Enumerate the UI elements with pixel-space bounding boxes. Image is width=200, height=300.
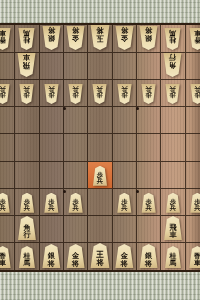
piece-sente-lance[interactable]: 香車 (189, 246, 200, 268)
piece-wrap: 桂馬 (18, 246, 35, 268)
square-3h[interactable] (137, 216, 161, 243)
square-1g[interactable]: 歩兵 (186, 189, 200, 216)
square-4d[interactable] (113, 107, 137, 134)
piece-gote-pawn[interactable]: 歩兵 (141, 84, 156, 104)
piece-kanji: 兵 (170, 85, 176, 92)
piece-kanji: 車 (194, 29, 200, 36)
piece-sente-pawn[interactable]: 歩兵 (19, 193, 34, 213)
square-5e[interactable] (88, 134, 112, 161)
square-3a[interactable]: 銀将 (137, 25, 161, 53)
board-grid: 香車桂馬銀将金将玉将金将銀将桂馬香車飛車角行歩兵歩兵歩兵歩兵歩兵歩兵歩兵歩兵歩兵… (0, 25, 200, 270)
square-2c[interactable]: 歩兵 (161, 80, 185, 107)
piece-sente-gold[interactable]: 金将 (115, 244, 134, 268)
piece-kanji: 兵 (121, 85, 127, 92)
piece-gote-pawn[interactable]: 歩兵 (92, 84, 107, 104)
piece-kanji: 兵 (0, 205, 6, 212)
piece-gote-bishop[interactable]: 角行 (163, 53, 182, 77)
square-1h[interactable] (186, 216, 200, 243)
piece-kanji: 行 (169, 54, 176, 61)
square-6d[interactable] (64, 107, 88, 134)
square-7f[interactable] (40, 162, 64, 189)
piece-wrap: 銀将 (139, 26, 158, 50)
square-4h[interactable] (113, 216, 137, 243)
square-6i[interactable]: 金将 (64, 243, 88, 270)
piece-wrap: 歩兵 (0, 84, 10, 104)
piece-wrap: 飛車 (163, 216, 182, 240)
piece-kanji: 車 (0, 29, 6, 36)
piece-kanji: 馬 (170, 260, 177, 267)
piece-kanji: 将 (72, 27, 79, 34)
square-9c[interactable]: 歩兵 (0, 80, 15, 107)
piece-sente-pawn[interactable]: 歩兵 (0, 193, 10, 213)
piece-kanji: 行 (23, 231, 30, 238)
square-2g[interactable]: 歩兵 (161, 189, 185, 216)
square-4f[interactable] (113, 162, 137, 189)
piece-kanji: 兵 (48, 85, 54, 92)
square-5i[interactable]: 王将 (88, 243, 112, 270)
piece-kanji: 金 (72, 34, 79, 41)
piece-wrap: 香車 (0, 28, 11, 50)
square-2e[interactable] (161, 134, 185, 161)
piece-kanji: 車 (0, 260, 6, 267)
piece-wrap: 歩兵 (190, 84, 200, 104)
square-9d[interactable] (0, 107, 15, 134)
piece-wrap: 角行 (163, 53, 182, 77)
piece-kanji: 兵 (146, 205, 152, 212)
piece-kanji: 歩 (194, 92, 200, 99)
square-2h[interactable]: 飛車 (161, 216, 185, 243)
piece-kanji: 将 (72, 260, 79, 267)
piece-wrap: 歩兵 (141, 193, 156, 213)
square-7e[interactable] (40, 134, 64, 161)
piece-wrap: 歩兵 (0, 193, 10, 213)
piece-wrap: 歩兵 (141, 84, 156, 104)
piece-wrap: 歩兵 (19, 84, 34, 104)
piece-kanji: 馬 (24, 29, 31, 36)
piece-kanji: 馬 (170, 29, 177, 36)
piece-kanji: 歩 (24, 92, 30, 99)
square-3i[interactable]: 銀将 (137, 243, 161, 270)
piece-sente-bishop[interactable]: 角行 (17, 216, 36, 240)
piece-kanji: 兵 (194, 205, 200, 212)
piece-kanji: 将 (121, 260, 128, 267)
piece-wrap: 銀将 (42, 26, 61, 50)
piece-gote-lance[interactable]: 香車 (189, 28, 200, 50)
piece-gote-pawn[interactable]: 歩兵 (117, 84, 132, 104)
piece-wrap: 香車 (0, 246, 11, 268)
piece-wrap: 歩兵 (68, 193, 83, 213)
piece-sente-pawn[interactable]: 歩兵 (117, 193, 132, 213)
square-9i[interactable]: 香車 (0, 243, 15, 270)
piece-wrap: 香車 (189, 246, 200, 268)
piece-wrap: 角行 (17, 216, 36, 240)
square-3e[interactable] (137, 134, 161, 161)
piece-wrap: 桂馬 (164, 28, 181, 50)
piece-kanji: 将 (48, 260, 55, 267)
piece-wrap: 銀将 (42, 244, 61, 268)
piece-wrap: 金将 (115, 26, 134, 50)
square-1a[interactable]: 香車 (186, 25, 200, 53)
square-3b[interactable] (137, 53, 161, 80)
square-1e[interactable] (186, 134, 200, 161)
square-5g[interactable] (88, 189, 112, 216)
piece-wrap: 歩兵 (92, 166, 107, 186)
piece-kanji: 馬 (24, 260, 31, 267)
square-7g[interactable]: 歩兵 (40, 189, 64, 216)
piece-sente-silver[interactable]: 銀将 (42, 244, 61, 268)
square-9e[interactable] (0, 134, 15, 161)
square-1i[interactable]: 香車 (186, 243, 200, 270)
piece-gote-gold[interactable]: 金将 (115, 26, 134, 50)
square-9f[interactable] (0, 162, 15, 189)
square-2i[interactable]: 桂馬 (161, 243, 185, 270)
star-point (63, 107, 66, 110)
square-5h[interactable] (88, 216, 112, 243)
piece-kanji: 将 (96, 259, 104, 267)
square-1b[interactable] (186, 53, 200, 80)
piece-wrap: 歩兵 (44, 84, 59, 104)
square-5d[interactable] (88, 107, 112, 134)
piece-wrap: 王将 (90, 243, 110, 268)
piece-gote-pawn[interactable]: 歩兵 (19, 84, 34, 104)
square-9h[interactable] (0, 216, 15, 243)
square-8e[interactable] (15, 134, 39, 161)
square-3g[interactable]: 歩兵 (137, 189, 161, 216)
piece-gote-silver[interactable]: 銀将 (42, 26, 61, 50)
square-3c[interactable]: 歩兵 (137, 80, 161, 107)
piece-kanji: 兵 (97, 85, 103, 92)
tatami-mat-top (0, 0, 200, 23)
piece-kanji: 角 (169, 62, 176, 69)
piece-sente-pawn[interactable]: 歩兵 (92, 166, 107, 186)
piece-wrap: 金将 (66, 26, 85, 50)
piece-wrap: 金将 (115, 244, 134, 268)
square-4g[interactable]: 歩兵 (113, 189, 137, 216)
piece-kanji: 兵 (24, 205, 30, 212)
square-7c[interactable]: 歩兵 (40, 80, 64, 107)
piece-wrap: 飛車 (17, 53, 36, 77)
piece-sente-king[interactable]: 王将 (90, 243, 110, 268)
piece-kanji: 兵 (121, 205, 127, 212)
piece-kanji: 金 (121, 34, 128, 41)
piece-kanji: 歩 (0, 92, 6, 99)
square-4i[interactable]: 金将 (113, 243, 137, 270)
piece-kanji: 将 (96, 26, 104, 34)
piece-kanji: 香 (194, 36, 200, 43)
piece-gote-rook[interactable]: 飛車 (17, 53, 36, 77)
piece-wrap: 金将 (66, 244, 85, 268)
piece-sente-pawn[interactable]: 歩兵 (165, 193, 180, 213)
square-8c[interactable]: 歩兵 (15, 80, 39, 107)
square-4c[interactable]: 歩兵 (113, 80, 137, 107)
piece-gote-gold[interactable]: 金将 (66, 26, 85, 50)
square-4a[interactable]: 金将 (113, 25, 137, 53)
piece-kanji: 銀 (145, 34, 152, 41)
piece-wrap: 香車 (189, 28, 200, 50)
square-3f[interactable] (137, 162, 161, 189)
piece-sente-pawn[interactable]: 歩兵 (141, 193, 156, 213)
piece-kanji: 歩 (121, 92, 127, 99)
square-6c[interactable]: 歩兵 (64, 80, 88, 107)
square-8a[interactable]: 桂馬 (15, 25, 39, 53)
piece-wrap: 歩兵 (117, 193, 132, 213)
star-point (136, 107, 139, 110)
square-6f[interactable] (64, 162, 88, 189)
piece-wrap: 歩兵 (165, 84, 180, 104)
square-7h[interactable] (40, 216, 64, 243)
piece-gote-knight[interactable]: 桂馬 (18, 28, 35, 50)
shogi-board: 香車桂馬銀将金将玉将金将銀将桂馬香車飛車角行歩兵歩兵歩兵歩兵歩兵歩兵歩兵歩兵歩兵… (0, 23, 200, 272)
piece-gote-knight[interactable]: 桂馬 (164, 28, 181, 50)
piece-kanji: 兵 (24, 85, 30, 92)
piece-wrap: 玉将 (90, 25, 110, 50)
piece-wrap: 歩兵 (68, 84, 83, 104)
piece-kanji: 銀 (48, 34, 55, 41)
piece-kanji: 兵 (0, 85, 6, 92)
piece-gote-lance[interactable]: 香車 (0, 28, 11, 50)
piece-kanji: 将 (48, 27, 55, 34)
piece-kanji: 車 (169, 231, 176, 238)
piece-kanji: 兵 (73, 85, 79, 92)
piece-kanji: 兵 (73, 205, 79, 212)
square-9a[interactable]: 香車 (0, 25, 15, 53)
piece-wrap: 桂馬 (164, 246, 181, 268)
piece-wrap: 銀将 (139, 244, 158, 268)
square-2d[interactable] (161, 107, 185, 134)
piece-kanji: 将 (145, 27, 152, 34)
square-3d[interactable] (137, 107, 161, 134)
square-9g[interactable]: 歩兵 (0, 189, 15, 216)
square-6a[interactable]: 金将 (64, 25, 88, 53)
square-4b[interactable] (113, 53, 137, 80)
square-2f[interactable] (161, 162, 185, 189)
piece-sente-pawn[interactable]: 歩兵 (190, 193, 200, 213)
square-5c[interactable]: 歩兵 (88, 80, 112, 107)
piece-sente-pawn[interactable]: 歩兵 (68, 193, 83, 213)
piece-gote-pawn[interactable]: 歩兵 (190, 84, 200, 104)
piece-gote-pawn[interactable]: 歩兵 (68, 84, 83, 104)
square-6g[interactable]: 歩兵 (64, 189, 88, 216)
square-5b[interactable] (88, 53, 112, 80)
piece-sente-knight[interactable]: 桂馬 (18, 246, 35, 268)
square-8i[interactable]: 桂馬 (15, 243, 39, 270)
piece-sente-silver[interactable]: 銀将 (139, 244, 158, 268)
piece-kanji: 兵 (194, 85, 200, 92)
square-7d[interactable] (40, 107, 64, 134)
square-7i[interactable]: 銀将 (40, 243, 64, 270)
square-4e[interactable] (113, 134, 137, 161)
piece-kanji: 兵 (146, 85, 152, 92)
square-9b[interactable] (0, 53, 15, 80)
square-8f[interactable] (15, 162, 39, 189)
piece-gote-king[interactable]: 玉将 (90, 25, 110, 50)
piece-wrap: 歩兵 (44, 193, 59, 213)
piece-gote-pawn[interactable]: 歩兵 (44, 84, 59, 104)
square-1f[interactable] (186, 162, 200, 189)
square-8d[interactable] (15, 107, 39, 134)
piece-wrap: 歩兵 (165, 193, 180, 213)
piece-kanji: 兵 (170, 205, 176, 212)
piece-kanji: 兵 (48, 205, 54, 212)
square-8h[interactable]: 角行 (15, 216, 39, 243)
shogi-scene: 香車桂馬銀将金将玉将金将銀将桂馬香車飛車角行歩兵歩兵歩兵歩兵歩兵歩兵歩兵歩兵歩兵… (0, 0, 200, 300)
piece-wrap: 歩兵 (92, 84, 107, 104)
piece-kanji: 車 (194, 260, 200, 267)
piece-kanji: 車 (23, 54, 30, 61)
piece-kanji: 玉 (96, 34, 104, 42)
piece-sente-lance[interactable]: 香車 (0, 246, 11, 268)
square-6h[interactable] (64, 216, 88, 243)
piece-kanji: 歩 (97, 92, 103, 99)
piece-sente-gold[interactable]: 金将 (66, 244, 85, 268)
piece-kanji: 桂 (170, 36, 177, 43)
piece-kanji: 飛 (23, 62, 30, 69)
square-2a[interactable]: 桂馬 (161, 25, 185, 53)
square-5a[interactable]: 玉将 (88, 25, 112, 53)
piece-wrap: 桂馬 (18, 28, 35, 50)
star-point (136, 190, 139, 193)
star-point (63, 190, 66, 193)
piece-wrap: 歩兵 (117, 84, 132, 104)
square-7a[interactable]: 銀将 (40, 25, 64, 53)
piece-kanji: 兵 (97, 178, 103, 185)
piece-sente-rook[interactable]: 飛車 (163, 216, 182, 240)
piece-wrap: 歩兵 (19, 193, 34, 213)
tatami-mat-bottom (0, 272, 200, 300)
piece-kanji: 歩 (73, 92, 79, 99)
piece-kanji: 歩 (146, 92, 152, 99)
piece-kanji: 歩 (48, 92, 54, 99)
piece-wrap: 歩兵 (190, 193, 200, 213)
square-6b[interactable] (64, 53, 88, 80)
piece-gote-pawn[interactable]: 歩兵 (0, 84, 10, 104)
square-6e[interactable] (64, 134, 88, 161)
square-1c[interactable]: 歩兵 (186, 80, 200, 107)
square-5f[interactable]: 歩兵 (88, 162, 112, 189)
square-8b[interactable]: 飛車 (15, 53, 39, 80)
square-1d[interactable] (186, 107, 200, 134)
piece-kanji: 将 (145, 260, 152, 267)
piece-kanji: 将 (121, 27, 128, 34)
piece-kanji: 歩 (170, 92, 176, 99)
square-2b[interactable]: 角行 (161, 53, 185, 80)
piece-kanji: 香 (0, 36, 6, 43)
square-7b[interactable] (40, 53, 64, 80)
piece-sente-knight[interactable]: 桂馬 (164, 246, 181, 268)
square-8g[interactable]: 歩兵 (15, 189, 39, 216)
piece-sente-pawn[interactable]: 歩兵 (44, 193, 59, 213)
piece-gote-pawn[interactable]: 歩兵 (165, 84, 180, 104)
piece-gote-silver[interactable]: 銀将 (139, 26, 158, 50)
piece-kanji: 桂 (24, 36, 31, 43)
